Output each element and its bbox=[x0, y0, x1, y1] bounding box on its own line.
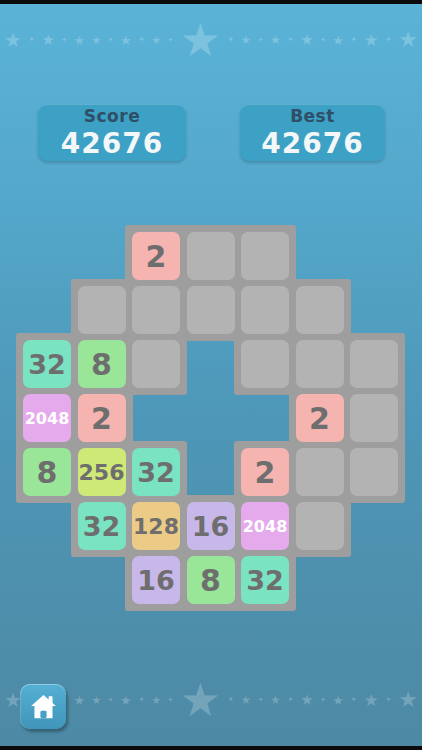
star-icon: ✦ bbox=[61, 37, 67, 44]
star-icon: ★ bbox=[241, 34, 252, 46]
star-icon: ★ bbox=[92, 35, 102, 46]
empty-cell-r1c4 bbox=[187, 232, 235, 280]
score-box: Score 42676 bbox=[38, 104, 186, 161]
star-icon: ✦ bbox=[320, 697, 326, 704]
empty-cell-r5c6 bbox=[296, 448, 344, 496]
star-icon: ✦ bbox=[287, 696, 294, 704]
star-icon: ✦ bbox=[350, 696, 357, 704]
star-icon: ✦ bbox=[108, 37, 114, 44]
best-value: 42676 bbox=[261, 127, 363, 160]
star-icon: ✦ bbox=[168, 37, 174, 44]
star-icon: ✦ bbox=[287, 36, 294, 44]
star-icon: ★ bbox=[74, 34, 86, 47]
star-icon: ✦ bbox=[350, 36, 357, 44]
star-icon: ★ bbox=[4, 30, 22, 50]
empty-cell-r6c6 bbox=[296, 502, 344, 550]
tile-16-r7c3: 16 bbox=[132, 556, 180, 604]
empty-cell-r3c3 bbox=[132, 340, 180, 388]
star-icon: ★ bbox=[74, 694, 86, 707]
star-icon: ★ bbox=[332, 694, 344, 707]
star-icon: ✦ bbox=[258, 697, 264, 704]
empty-cell-r2c3 bbox=[132, 286, 180, 334]
tile-2-r4c2: 2 bbox=[78, 394, 126, 442]
tile-8-r7c4: 8 bbox=[187, 556, 235, 604]
star-icon: ★ bbox=[120, 34, 132, 47]
star-icon: ★ bbox=[270, 694, 281, 706]
star-icon: ★ bbox=[41, 33, 54, 48]
star-icon: ★ bbox=[151, 35, 161, 46]
tile-128-r6c3: 128 bbox=[132, 502, 180, 550]
board-grid[interactable]: 232820482282563223212816204816832 bbox=[16, 225, 405, 611]
home-icon bbox=[28, 691, 59, 722]
star-icon: ✦ bbox=[385, 36, 392, 44]
star-icon: ★ bbox=[300, 33, 313, 48]
empty-cell-r5c7 bbox=[350, 448, 398, 496]
star-icon: ✦ bbox=[138, 36, 145, 44]
star-icon: ★ bbox=[398, 29, 418, 51]
star-icon: ✦ bbox=[108, 697, 114, 704]
star-icon: ★ bbox=[241, 694, 252, 706]
empty-cell-r2c6 bbox=[296, 286, 344, 334]
star-icon: ✦ bbox=[258, 37, 264, 44]
tile-2-r4c6: 2 bbox=[296, 394, 344, 442]
score-label: Score bbox=[84, 106, 140, 126]
star-strip-top: ★✦★✦★★✦★✦★✦★✦★✦★✦★✦★✦★✦★ bbox=[0, 16, 422, 64]
tile-8-r5c1: 8 bbox=[23, 448, 71, 496]
empty-cell-r2c2 bbox=[78, 286, 126, 334]
empty-cell-r2c4 bbox=[187, 286, 235, 334]
star-icon: ✦ bbox=[227, 36, 234, 44]
empty-cell-r1c5 bbox=[241, 232, 289, 280]
star-icon: ★ bbox=[332, 34, 344, 47]
empty-cell-r3c6 bbox=[296, 340, 344, 388]
status-bar bbox=[0, 0, 422, 4]
star-icon: ★ bbox=[92, 695, 102, 706]
tile-2048-r4c1: 2048 bbox=[23, 394, 71, 442]
game-screen: ★✦★✦★★✦★✦★✦★✦★✦★✦★✦★✦★✦★ Score 42676 Bes… bbox=[0, 0, 422, 750]
score-value: 42676 bbox=[61, 127, 163, 160]
star-icon: ★ bbox=[270, 34, 281, 46]
empty-cell-r3c5 bbox=[241, 340, 289, 388]
tile-16-r6c4: 16 bbox=[187, 502, 235, 550]
star-icon: ★ bbox=[120, 694, 132, 707]
tile-2-r5c5: 2 bbox=[241, 448, 289, 496]
star-icon: ✦ bbox=[385, 696, 392, 704]
tile-32-r6c2: 32 bbox=[78, 502, 126, 550]
tile-2-r1c3: 2 bbox=[132, 232, 180, 280]
tile-8-r3c2: 8 bbox=[78, 340, 126, 388]
best-label: Best bbox=[290, 106, 335, 126]
star-icon: ★ bbox=[180, 17, 221, 63]
nav-bar bbox=[0, 746, 422, 750]
star-icon: ★ bbox=[398, 689, 418, 711]
star-icon: ✦ bbox=[168, 697, 174, 704]
star-icon: ✦ bbox=[28, 36, 35, 44]
star-icon: ★ bbox=[363, 32, 378, 49]
best-box: Best 42676 bbox=[240, 104, 385, 161]
star-icon: ✦ bbox=[227, 696, 234, 704]
tile-32-r7c5: 32 bbox=[241, 556, 289, 604]
star-icon: ✦ bbox=[138, 696, 145, 704]
tile-256-r5c2: 256 bbox=[78, 448, 126, 496]
empty-cell-r3c7 bbox=[350, 340, 398, 388]
star-icon: ★ bbox=[151, 695, 161, 706]
tile-32-r3c1: 32 bbox=[23, 340, 71, 388]
empty-cell-r4c7 bbox=[350, 394, 398, 442]
empty-cell-r2c5 bbox=[241, 286, 289, 334]
home-button[interactable] bbox=[20, 684, 66, 729]
tile-32-r5c3: 32 bbox=[132, 448, 180, 496]
star-icon: ★ bbox=[300, 693, 313, 708]
tile-2048-r6c5: 2048 bbox=[241, 502, 289, 550]
star-icon: ★ bbox=[363, 692, 378, 709]
star-icon: ✦ bbox=[320, 37, 326, 44]
star-icon: ★ bbox=[180, 677, 221, 723]
